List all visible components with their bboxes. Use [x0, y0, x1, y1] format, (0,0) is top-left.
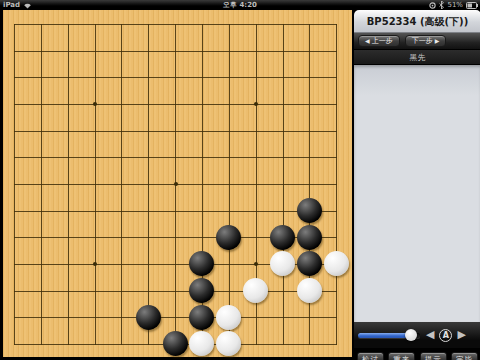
stone-black	[297, 225, 322, 250]
grid-line	[283, 24, 284, 345]
review-button[interactable]: 检讨	[357, 352, 384, 360]
prev-move-button[interactable]: ◀ 上一步	[358, 35, 400, 47]
sidebar-panel: BP52334 (高级(下)) ◀ 上一步 下一步 ▶ 黑先 ◀ A ▶ 检讨	[353, 10, 480, 360]
step-forward-button[interactable]: ▶	[457, 322, 465, 348]
stone-black	[297, 251, 322, 276]
problem-title: BP52334 (高级(下))	[354, 10, 480, 33]
stone-black	[136, 305, 161, 330]
stone-black	[189, 278, 214, 303]
go-board[interactable]	[3, 10, 352, 357]
status-right: 51%	[429, 0, 478, 10]
stone-white	[324, 251, 349, 276]
app-screen: iPad 오후 4:20 51% BP52334 (高级(下))	[0, 0, 480, 360]
status-bar: iPad 오후 4:20 51%	[0, 0, 480, 10]
battery-icon	[466, 2, 478, 9]
next-move-label: 下一步	[412, 36, 433, 46]
prev-move-label: 上一步	[372, 36, 393, 46]
done-button[interactable]: 完毕	[451, 352, 478, 360]
stone-white	[243, 278, 268, 303]
star-point	[254, 262, 258, 266]
annotate-button[interactable]: A	[439, 329, 452, 342]
turn-indicator: 黑先	[354, 50, 480, 65]
next-arrow-icon: ▶	[435, 36, 440, 46]
stone-white	[216, 305, 241, 330]
progress-slider[interactable]	[358, 333, 420, 338]
clock: 오후 4:20	[0, 0, 480, 10]
comment-area	[354, 65, 480, 322]
prev-arrow-icon: ◀	[365, 36, 370, 46]
stone-white	[297, 278, 322, 303]
stone-black	[216, 225, 241, 250]
bluetooth-icon	[439, 1, 444, 9]
grid-line	[229, 24, 230, 345]
grid-line	[14, 317, 337, 318]
restart-button[interactable]: 重来	[388, 352, 415, 360]
stone-white	[270, 251, 295, 276]
board-area	[0, 10, 353, 360]
stone-black	[163, 331, 188, 356]
playback-controls: ◀ A ▶	[354, 322, 480, 348]
star-point	[174, 182, 178, 186]
star-point	[254, 102, 258, 106]
battery-percent: 51%	[447, 0, 463, 10]
star-point	[93, 262, 97, 266]
grid-line	[14, 211, 337, 212]
stone-black	[270, 225, 295, 250]
step-back-button[interactable]: ◀	[426, 322, 434, 348]
slider-fill	[358, 333, 411, 338]
hint-button[interactable]: 提示	[420, 352, 447, 360]
rotation-lock-icon	[429, 2, 436, 9]
move-navbar: ◀ 上一步 下一步 ▶	[354, 33, 480, 50]
grid-line	[336, 24, 337, 345]
action-button-row: 检讨 重来 提示 完毕	[354, 348, 480, 360]
slider-knob[interactable]	[405, 329, 417, 341]
star-point	[93, 102, 97, 106]
grid-line	[14, 291, 337, 292]
stone-white	[216, 331, 241, 356]
stone-white	[189, 331, 214, 356]
stone-black	[189, 305, 214, 330]
stone-black	[189, 251, 214, 276]
next-move-button[interactable]: 下一步 ▶	[405, 35, 447, 47]
stone-black	[297, 198, 322, 223]
